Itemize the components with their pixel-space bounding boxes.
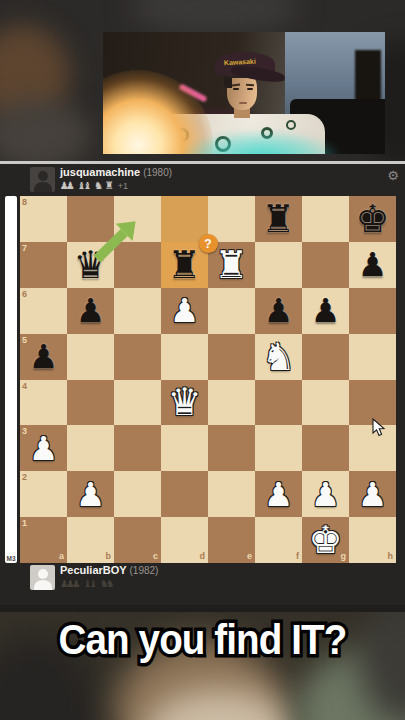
rank-label-7: 7 [22,244,27,253]
square-a6[interactable]: 6 [20,288,67,334]
square-h5[interactable] [349,334,396,380]
square-c5[interactable] [114,334,161,380]
background-blur-blob [0,100,90,161]
piece-white-pawn[interactable]: ♟ [20,425,67,471]
video-frame: Kawasaki jusquamachine (1980) ♟♟♝♝♞♜+1 ⚙… [0,0,405,720]
square-d8[interactable] [161,196,208,242]
bottom-player-bar: PeculiarBOY (1982) ♟♟♟♝♝♞♞ [0,562,405,599]
square-a5[interactable]: 5♟ [20,334,67,380]
piece-black-pawn[interactable]: ♟ [349,242,396,288]
square-f2[interactable]: ♟ [255,471,302,517]
square-d3[interactable] [161,425,208,471]
square-h6[interactable] [349,288,396,334]
square-c4[interactable] [114,380,161,426]
square-g5[interactable] [302,334,349,380]
square-e6[interactable] [208,288,255,334]
square-a3[interactable]: 3♟ [20,425,67,471]
piece-white-pawn[interactable]: ♟ [302,471,349,517]
avatar-body [34,580,52,590]
captured-white-knight-icon: ♞ [94,180,100,192]
square-d1[interactable]: d [161,517,208,563]
piece-black-pawn[interactable]: ♟ [20,334,67,380]
caption: Can you find IT? [0,605,405,720]
evaluation-bar: M3 [5,196,17,563]
person-mouth [239,102,247,104]
player-username: PeculiarBOY [60,564,126,576]
rank-label-1: 1 [22,519,27,528]
file-label-h: h [388,552,394,561]
top-player-name[interactable]: jusquamachine (1980) [60,166,172,178]
square-b4[interactable] [67,380,114,426]
rank-label-6: 6 [22,290,27,299]
square-h1[interactable]: h [349,517,396,563]
square-f1[interactable]: f [255,517,302,563]
chess-app-panel: jusquamachine (1980) ♟♟♝♝♞♜+1 ⚙ M3 8♜♚7♛… [0,161,405,605]
rank-label-5: 5 [22,336,27,345]
piece-black-pawn[interactable]: ♟ [302,288,349,334]
square-b1[interactable]: b [67,517,114,563]
square-e5[interactable] [208,334,255,380]
material-score: +1 [118,181,128,191]
square-e1[interactable]: e [208,517,255,563]
avatar[interactable] [30,565,55,590]
file-label-e: e [247,552,252,561]
square-h2[interactable]: ♟ [349,471,396,517]
square-a7[interactable]: 7 [20,242,67,288]
square-b2[interactable]: ♟ [67,471,114,517]
piece-white-queen[interactable]: ♛ [161,380,208,426]
background-blur-blob [130,0,300,35]
square-f3[interactable] [255,425,302,471]
webcam-background: Kawasaki [0,0,405,161]
mouse-cursor-icon [372,418,386,438]
square-c2[interactable] [114,471,161,517]
file-label-g: g [341,552,347,561]
square-a8[interactable]: 8 [20,196,67,242]
square-b6[interactable]: ♟ [67,288,114,334]
piece-black-pawn[interactable]: ♟ [255,288,302,334]
avatar-body [34,182,52,192]
bottom-captured-pieces-tray: ♟♟♟♝♝♞♞ [60,578,112,590]
square-d4[interactable]: ♛ [161,380,208,426]
piece-black-rook[interactable]: ♜ [255,196,302,242]
square-a2[interactable]: 2 [20,471,67,517]
piece-black-pawn[interactable]: ♟ [67,288,114,334]
square-a1[interactable]: 1a [20,517,67,563]
square-g2[interactable]: ♟ [302,471,349,517]
square-e2[interactable] [208,471,255,517]
file-label-b: b [106,552,112,561]
file-label-c: c [153,552,158,561]
avatar-head [38,569,48,579]
avatar[interactable] [30,167,55,192]
square-f6[interactable]: ♟ [255,288,302,334]
square-g4[interactable] [302,380,349,426]
captured-black-bishops-icon: ♝♝ [83,578,95,590]
shirt-patch [286,120,296,130]
piece-white-pawn[interactable]: ♟ [349,471,396,517]
piece-white-pawn[interactable]: ♟ [255,471,302,517]
captured-white-bishops-icon: ♝♝ [77,180,89,192]
mistake-badge-icon: ? [199,234,218,253]
player-username: jusquamachine [60,166,140,178]
mate-in-label: M3 [5,555,17,562]
top-player-rating: (1980) [143,167,172,178]
square-f7[interactable] [255,242,302,288]
caption-background: Can you find IT? [0,605,405,720]
square-e3[interactable] [208,425,255,471]
rank-label-8: 8 [22,198,27,207]
square-e8[interactable] [208,196,255,242]
square-c6[interactable] [114,288,161,334]
captured-white-pawns-icon: ♟♟ [60,180,72,192]
piece-white-pawn[interactable]: ♟ [67,471,114,517]
square-g7[interactable] [302,242,349,288]
piece-white-knight[interactable]: ♞ [255,334,302,380]
square-f4[interactable] [255,380,302,426]
bottom-player-rating: (1982) [130,565,159,576]
file-label-f: f [296,552,299,561]
file-label-a: a [59,552,64,561]
square-a4[interactable]: 4 [20,380,67,426]
gear-icon[interactable]: ⚙ [387,169,399,182]
square-b5[interactable] [67,334,114,380]
rank-label-3: 3 [22,427,27,436]
webcam-feed: Kawasaki [103,32,385,154]
bottom-player-name[interactable]: PeculiarBOY (1982) [60,564,158,576]
rank-label-4: 4 [22,382,27,391]
square-c1[interactable]: c [114,517,161,563]
top-captured-pieces-tray: ♟♟♝♝♞♜+1 [60,180,128,192]
captured-white-rook-icon: ♜ [105,180,111,192]
rank-label-2: 2 [22,473,27,482]
square-f8[interactable]: ♜ [255,196,302,242]
square-e4[interactable] [208,380,255,426]
square-g6[interactable]: ♟ [302,288,349,334]
caption-text: Can you find IT? [59,615,347,663]
person-eye [233,88,239,90]
square-f5[interactable]: ♞ [255,334,302,380]
square-g3[interactable] [302,425,349,471]
square-g1[interactable]: g♚ [302,517,349,563]
piece-white-pawn[interactable]: ♟ [161,288,208,334]
square-d6[interactable]: ♟ [161,288,208,334]
board-area: 8♜♚7♛♜♜♟6♟♟♟♟5♟♞4♛3♟2♟♟♟♟1abcdefg♚h ? [20,196,396,563]
captured-black-pawns-icon: ♟♟♟ [60,578,78,590]
square-g8[interactable] [302,196,349,242]
square-h8[interactable]: ♚ [349,196,396,242]
person-eye [247,88,253,90]
square-c3[interactable] [114,425,161,471]
square-h7[interactable]: ♟ [349,242,396,288]
square-d5[interactable] [161,334,208,380]
file-label-d: d [200,552,206,561]
square-d2[interactable] [161,471,208,517]
square-b3[interactable] [67,425,114,471]
piece-black-king[interactable]: ♚ [349,196,396,242]
captured-black-knights-icon: ♞♞ [100,578,112,590]
avatar-head [38,171,48,181]
